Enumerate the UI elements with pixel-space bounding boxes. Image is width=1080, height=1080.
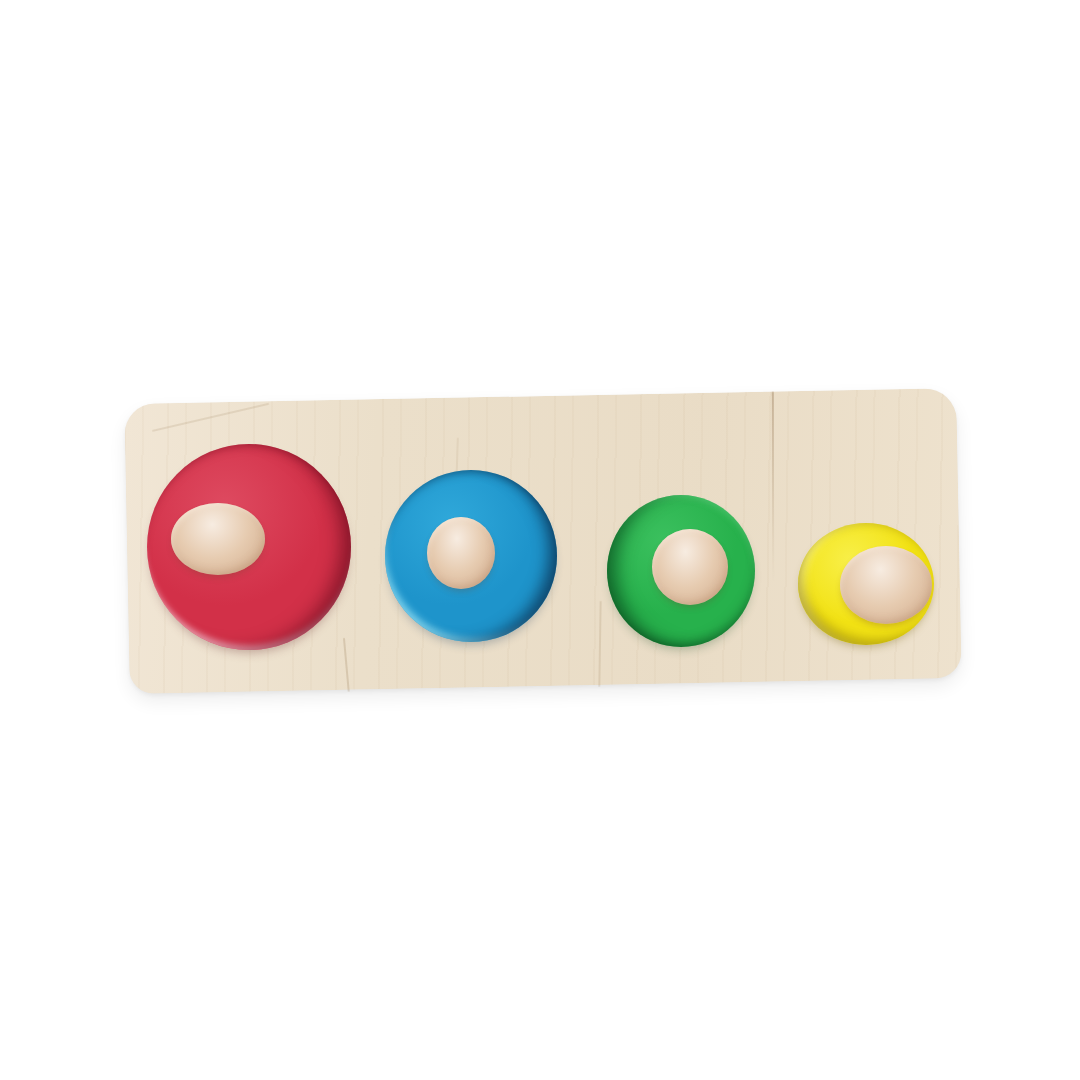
puzzle-piece-blue-large[interactable] bbox=[385, 470, 557, 642]
red-piece-wooden-knob[interactable] bbox=[171, 503, 265, 575]
blue-piece-wooden-knob[interactable] bbox=[427, 517, 495, 589]
yellow-piece-wooden-knob[interactable] bbox=[840, 546, 932, 624]
puzzle-piece-green-medium[interactable] bbox=[607, 495, 755, 647]
wood-grain-line bbox=[598, 601, 601, 687]
green-piece-wooden-knob[interactable] bbox=[652, 529, 728, 605]
product-photo-scene bbox=[0, 0, 1080, 1080]
puzzle-piece-yellow-smallest[interactable] bbox=[798, 523, 934, 645]
wood-grain-line bbox=[772, 392, 774, 582]
puzzle-piece-red-largest[interactable] bbox=[147, 444, 351, 650]
wood-grain-line bbox=[152, 403, 269, 432]
